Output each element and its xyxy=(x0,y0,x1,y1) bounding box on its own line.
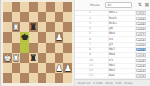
square-g4[interactable] xyxy=(55,43,64,53)
square-f4[interactable] xyxy=(46,43,55,53)
square-e7[interactable] xyxy=(38,12,47,22)
square-a2[interactable] xyxy=(3,63,12,73)
square-b5[interactable] xyxy=(12,32,21,42)
square-d1[interactable] xyxy=(29,73,38,83)
square-e2[interactable] xyxy=(38,63,47,73)
eval-badge[interactable]: +2.0 xyxy=(136,48,146,51)
square-a3[interactable]: ♚ xyxy=(3,53,12,63)
square-c4[interactable] xyxy=(20,43,29,53)
move-number: 1. xyxy=(89,11,92,15)
move-text: Rb1 xyxy=(109,64,115,68)
square-c5[interactable]: ♚ xyxy=(20,32,29,42)
move-number: 12. xyxy=(89,69,94,73)
square-d5[interactable] xyxy=(29,32,38,42)
square-c6[interactable] xyxy=(20,22,29,32)
status-item: Depth 18 xyxy=(78,82,90,85)
move-number: 10. xyxy=(89,59,94,63)
square-d2[interactable] xyxy=(29,63,38,73)
status-item: Ready xyxy=(124,82,132,85)
white-pawn-g5: ♟ xyxy=(55,32,63,42)
square-a8[interactable] xyxy=(3,2,12,12)
status-item: 16/16 xyxy=(105,82,112,85)
eval-badge[interactable]: +2.7 xyxy=(136,32,146,35)
square-b1[interactable] xyxy=(12,73,21,83)
move-text: Rb2 xyxy=(109,69,115,73)
square-b3[interactable]: ♜ xyxy=(12,53,21,63)
panel-title: Moves xyxy=(90,3,100,7)
square-g6[interactable] xyxy=(55,22,64,32)
square-g3[interactable] xyxy=(55,53,64,63)
square-a5[interactable] xyxy=(3,32,12,42)
square-g5[interactable]: ♟ xyxy=(55,32,64,42)
square-c1[interactable] xyxy=(20,73,29,83)
move-number: 8. xyxy=(89,48,92,52)
square-b2[interactable] xyxy=(12,63,21,73)
square-d4[interactable] xyxy=(29,43,38,53)
black-rook-d6: ♜ xyxy=(29,22,37,32)
square-f2[interactable] xyxy=(46,63,55,73)
moves-panel: Moves All ⇅ ▦ 1.Rb5++5.22.Rxd3+4.83.Rc6+… xyxy=(74,0,150,86)
square-d6[interactable]: ♜ xyxy=(29,22,38,32)
move-text: Rc6+ xyxy=(109,22,117,26)
square-g8[interactable] xyxy=(55,2,64,12)
move-text: h4 xyxy=(109,38,113,42)
move-text: Rb4 xyxy=(109,32,115,36)
move-number: 6. xyxy=(89,38,92,42)
square-g1[interactable] xyxy=(55,73,64,83)
square-c3[interactable] xyxy=(20,53,29,63)
eval-badge[interactable]: +2.4 xyxy=(136,38,146,41)
eval-badge[interactable]: +5.2 xyxy=(136,11,146,14)
square-b4[interactable] xyxy=(12,43,21,53)
square-h8[interactable] xyxy=(63,2,72,12)
move-text: g3 xyxy=(109,43,113,47)
chess-board[interactable]: ♜♜♚♟♚♜♜♟♟ xyxy=(3,2,72,83)
square-a6[interactable] xyxy=(3,22,12,32)
square-a1[interactable] xyxy=(3,73,12,83)
square-c8[interactable] xyxy=(20,2,29,12)
square-f1[interactable] xyxy=(46,73,55,83)
move-text: Rb7 xyxy=(109,48,115,52)
white-rook-b3: ♜ xyxy=(12,53,20,63)
move-number: 9. xyxy=(89,53,92,57)
eval-badge[interactable]: +1.8 xyxy=(136,53,146,56)
square-c7[interactable] xyxy=(20,12,29,22)
white-pawn-h2: ♟ xyxy=(64,63,72,73)
move-number: 7. xyxy=(89,43,92,47)
status-item: 2.4 MN xyxy=(93,82,102,85)
sort-icon[interactable]: ⇅ xyxy=(137,2,143,8)
move-text: Rxd3 xyxy=(109,17,117,21)
square-h5[interactable] xyxy=(63,32,72,42)
square-g7[interactable] xyxy=(55,12,64,22)
move-text: h3 xyxy=(109,59,113,63)
square-h3[interactable] xyxy=(63,53,72,63)
move-number: 11. xyxy=(89,64,94,68)
black-rook-d3: ♜ xyxy=(29,53,37,63)
square-e6[interactable] xyxy=(38,22,47,32)
square-f3[interactable] xyxy=(46,53,55,63)
eval-badge[interactable]: +2.2 xyxy=(136,43,146,46)
black-king-c5: ♚ xyxy=(21,32,29,42)
eval-badge[interactable]: +3.9 xyxy=(136,22,146,25)
move-number: 4. xyxy=(89,27,92,31)
square-f7[interactable] xyxy=(46,12,55,22)
move-number: 3. xyxy=(89,22,92,26)
move-number: 13. xyxy=(89,74,94,78)
square-g2[interactable]: ♟ xyxy=(55,63,64,73)
grid-view-icon[interactable]: ▦ xyxy=(144,2,150,8)
move-text: g6 xyxy=(109,27,113,31)
white-pawn-g2: ♟ xyxy=(55,63,63,73)
filter-dropdown[interactable]: All xyxy=(105,2,132,8)
eval-badge[interactable]: +1.6 xyxy=(136,59,146,62)
square-d7[interactable] xyxy=(29,12,38,22)
square-e8[interactable] xyxy=(38,2,47,12)
square-b6[interactable]: ♜ xyxy=(12,22,21,32)
square-e3[interactable] xyxy=(38,53,47,63)
square-b7[interactable] xyxy=(12,12,21,22)
move-text: Rb8 xyxy=(109,53,115,57)
white-rook-b6: ♜ xyxy=(12,22,20,32)
panel-toolbar: Moves All ⇅ ▦ xyxy=(75,0,150,11)
move-text: Ka2 xyxy=(109,74,115,78)
move-number: 5. xyxy=(89,32,92,36)
white-king-a3: ♚ xyxy=(3,53,11,63)
eval-badge[interactable]: +1.2 xyxy=(136,69,146,72)
square-h4[interactable] xyxy=(63,43,72,53)
square-d3[interactable]: ♜ xyxy=(29,53,38,63)
square-f6[interactable] xyxy=(46,22,55,32)
move-number: 2. xyxy=(89,17,92,21)
square-h2[interactable]: ♟ xyxy=(63,63,72,73)
move-list: 1.Rb5++5.22.Rxd3+4.83.Rc6++3.94.g6+3.15.… xyxy=(75,11,150,79)
square-c2[interactable] xyxy=(20,63,29,73)
square-h1[interactable] xyxy=(63,73,72,83)
board-pane: ♜♜♚♟♚♜♜♟♟ xyxy=(0,0,74,86)
square-e1[interactable] xyxy=(38,73,47,83)
square-e5[interactable] xyxy=(38,32,47,42)
square-h6[interactable] xyxy=(63,22,72,32)
square-a4[interactable] xyxy=(3,43,12,53)
square-h7[interactable] xyxy=(63,12,72,22)
move-text: Rb5+ xyxy=(109,11,117,15)
square-b8[interactable] xyxy=(12,2,21,12)
status-bar: Depth 182.4 MN16/160:05Ready xyxy=(75,79,150,86)
square-a7[interactable] xyxy=(3,12,12,22)
square-d8[interactable] xyxy=(29,2,38,12)
eval-badge[interactable]: +1.4 xyxy=(136,64,146,67)
eval-badge[interactable]: +3.1 xyxy=(136,27,146,30)
status-item: 0:05 xyxy=(116,82,122,85)
eval-badge[interactable]: +1.0 xyxy=(136,74,146,77)
square-f8[interactable] xyxy=(46,2,55,12)
eval-badge[interactable]: +4.8 xyxy=(136,17,146,20)
square-e4[interactable] xyxy=(38,43,47,53)
square-f5[interactable] xyxy=(46,32,55,42)
